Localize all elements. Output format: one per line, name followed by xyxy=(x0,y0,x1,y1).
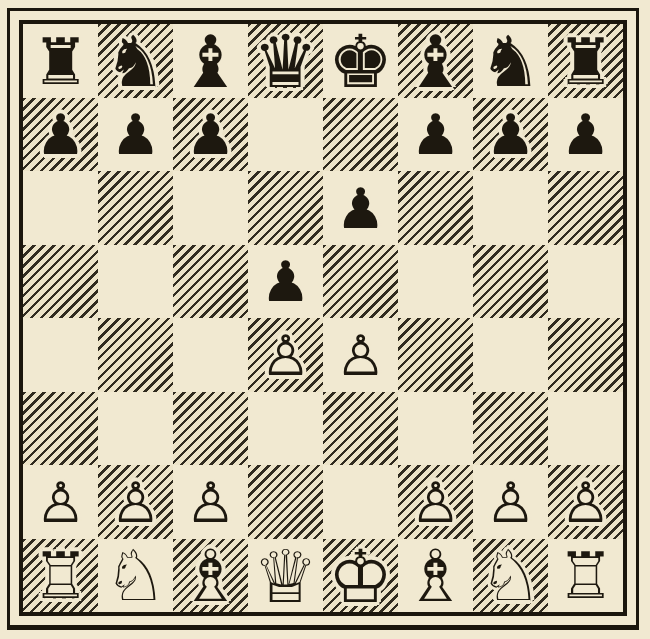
square-d3[interactable] xyxy=(248,392,323,466)
square-b4[interactable] xyxy=(98,318,173,392)
black-pawn-glyph: ♟ xyxy=(23,99,98,173)
white-pawn: ♟♙ xyxy=(398,465,473,539)
square-c5[interactable] xyxy=(173,245,248,319)
square-c6[interactable] xyxy=(173,171,248,245)
board-outer-frame: ♜♜♞♞♝♝♛♛♚♚♝♝♞♞♜♜♟♟♟♟♟♟♟♟♟♟♟♟♟♟♟♟♟♙♟♙♟♙♟♙… xyxy=(7,8,639,630)
white-bishop: ♝♗ xyxy=(398,539,473,613)
square-f4[interactable] xyxy=(398,318,473,392)
white-queen: ♛♕ xyxy=(248,539,323,613)
square-b8[interactable]: ♞♞ xyxy=(98,24,173,98)
square-e1[interactable]: ♚♔ xyxy=(323,539,398,613)
square-f1[interactable]: ♝♗ xyxy=(398,539,473,613)
black-pawn: ♟♟ xyxy=(248,245,323,319)
square-d2[interactable] xyxy=(248,465,323,539)
square-g3[interactable] xyxy=(473,392,548,466)
black-pawn: ♟♟ xyxy=(98,98,173,172)
white-knight: ♞♘ xyxy=(98,539,173,613)
square-e8[interactable]: ♚♚ xyxy=(323,24,398,98)
square-b7[interactable]: ♟♟ xyxy=(98,98,173,172)
white-rook-glyph: ♖ xyxy=(548,540,623,614)
white-pawn: ♟♙ xyxy=(23,465,98,539)
white-pawn: ♟♙ xyxy=(173,465,248,539)
square-h2[interactable]: ♟♙ xyxy=(548,465,623,539)
white-pawn: ♟♙ xyxy=(323,318,398,392)
square-h6[interactable] xyxy=(548,171,623,245)
square-a3[interactable] xyxy=(23,392,98,466)
black-rook-glyph: ♜ xyxy=(23,25,98,99)
black-knight: ♞♞ xyxy=(98,24,173,98)
white-knight: ♞♘ xyxy=(473,539,548,613)
square-a8[interactable]: ♜♜ xyxy=(23,24,98,98)
black-king: ♚♚ xyxy=(323,24,398,98)
black-knight-glyph: ♞ xyxy=(98,25,173,99)
square-g7[interactable]: ♟♟ xyxy=(473,98,548,172)
square-g5[interactable] xyxy=(473,245,548,319)
chess-board: ♜♜♞♞♝♝♛♛♚♚♝♝♞♞♜♜♟♟♟♟♟♟♟♟♟♟♟♟♟♟♟♟♟♙♟♙♟♙♟♙… xyxy=(23,24,623,612)
square-f8[interactable]: ♝♝ xyxy=(398,24,473,98)
square-g4[interactable] xyxy=(473,318,548,392)
square-h1[interactable]: ♜♖ xyxy=(548,539,623,613)
white-king-glyph: ♔ xyxy=(323,540,398,614)
square-e2[interactable] xyxy=(323,465,398,539)
black-rook: ♜♜ xyxy=(23,24,98,98)
square-d7[interactable] xyxy=(248,98,323,172)
black-knight: ♞♞ xyxy=(473,24,548,98)
square-c4[interactable] xyxy=(173,318,248,392)
black-pawn-glyph: ♟ xyxy=(248,246,323,320)
square-b6[interactable] xyxy=(98,171,173,245)
black-pawn-glyph: ♟ xyxy=(398,99,473,173)
square-g2[interactable]: ♟♙ xyxy=(473,465,548,539)
square-d8[interactable]: ♛♛ xyxy=(248,24,323,98)
black-rook-glyph: ♜ xyxy=(548,25,623,99)
white-pawn-glyph: ♙ xyxy=(398,466,473,540)
black-bishop: ♝♝ xyxy=(173,24,248,98)
white-queen-glyph: ♕ xyxy=(248,540,323,614)
square-e5[interactable] xyxy=(323,245,398,319)
black-king-glyph: ♚ xyxy=(323,25,398,99)
square-c3[interactable] xyxy=(173,392,248,466)
black-knight-glyph: ♞ xyxy=(473,25,548,99)
white-pawn-glyph: ♙ xyxy=(23,466,98,540)
square-e3[interactable] xyxy=(323,392,398,466)
square-c7[interactable]: ♟♟ xyxy=(173,98,248,172)
square-d1[interactable]: ♛♕ xyxy=(248,539,323,613)
square-h5[interactable] xyxy=(548,245,623,319)
white-rook: ♜♖ xyxy=(23,539,98,613)
square-g6[interactable] xyxy=(473,171,548,245)
square-h4[interactable] xyxy=(548,318,623,392)
black-pawn: ♟♟ xyxy=(23,98,98,172)
white-pawn-glyph: ♙ xyxy=(248,319,323,393)
square-d6[interactable] xyxy=(248,171,323,245)
square-b2[interactable]: ♟♙ xyxy=(98,465,173,539)
square-d5[interactable]: ♟♟ xyxy=(248,245,323,319)
white-pawn-glyph: ♙ xyxy=(473,466,548,540)
square-b5[interactable] xyxy=(98,245,173,319)
white-pawn: ♟♙ xyxy=(248,318,323,392)
square-e4[interactable]: ♟♙ xyxy=(323,318,398,392)
square-g8[interactable]: ♞♞ xyxy=(473,24,548,98)
white-pawn: ♟♙ xyxy=(473,465,548,539)
white-pawn-glyph: ♙ xyxy=(173,466,248,540)
square-c2[interactable]: ♟♙ xyxy=(173,465,248,539)
black-pawn: ♟♟ xyxy=(173,98,248,172)
black-pawn: ♟♟ xyxy=(398,98,473,172)
white-pawn-glyph: ♙ xyxy=(323,319,398,393)
square-a2[interactable]: ♟♙ xyxy=(23,465,98,539)
black-pawn-glyph: ♟ xyxy=(98,99,173,173)
square-e6[interactable]: ♟♟ xyxy=(323,171,398,245)
black-pawn-glyph: ♟ xyxy=(473,99,548,173)
square-f5[interactable] xyxy=(398,245,473,319)
white-rook: ♜♖ xyxy=(548,539,623,613)
white-knight-glyph: ♘ xyxy=(473,540,548,614)
square-h3[interactable] xyxy=(548,392,623,466)
white-knight-glyph: ♘ xyxy=(98,540,173,614)
black-bishop: ♝♝ xyxy=(398,24,473,98)
black-bishop-glyph: ♝ xyxy=(173,25,248,99)
white-bishop: ♝♗ xyxy=(173,539,248,613)
square-d4[interactable]: ♟♙ xyxy=(248,318,323,392)
black-queen: ♛♛ xyxy=(248,24,323,98)
square-f2[interactable]: ♟♙ xyxy=(398,465,473,539)
square-a7[interactable]: ♟♟ xyxy=(23,98,98,172)
white-bishop-glyph: ♗ xyxy=(398,540,473,614)
black-queen-glyph: ♛ xyxy=(248,25,323,99)
white-pawn: ♟♙ xyxy=(98,465,173,539)
white-king: ♚♔ xyxy=(323,539,398,613)
board-inner-frame: ♜♜♞♞♝♝♛♛♚♚♝♝♞♞♜♜♟♟♟♟♟♟♟♟♟♟♟♟♟♟♟♟♟♙♟♙♟♙♟♙… xyxy=(19,20,627,616)
square-f3[interactable] xyxy=(398,392,473,466)
square-a1[interactable]: ♜♖ xyxy=(23,539,98,613)
white-pawn-glyph: ♙ xyxy=(548,466,623,540)
white-pawn-glyph: ♙ xyxy=(98,466,173,540)
square-g1[interactable]: ♞♘ xyxy=(473,539,548,613)
square-c8[interactable]: ♝♝ xyxy=(173,24,248,98)
square-f7[interactable]: ♟♟ xyxy=(398,98,473,172)
black-pawn-glyph: ♟ xyxy=(173,99,248,173)
square-c1[interactable]: ♝♗ xyxy=(173,539,248,613)
black-pawn: ♟♟ xyxy=(323,171,398,245)
scanned-page: ♜♜♞♞♝♝♛♛♚♚♝♝♞♞♜♜♟♟♟♟♟♟♟♟♟♟♟♟♟♟♟♟♟♙♟♙♟♙♟♙… xyxy=(0,0,650,639)
black-rook: ♜♜ xyxy=(548,24,623,98)
black-pawn-glyph: ♟ xyxy=(323,172,398,246)
square-h7[interactable]: ♟♟ xyxy=(548,98,623,172)
black-pawn: ♟♟ xyxy=(473,98,548,172)
square-e7[interactable] xyxy=(323,98,398,172)
black-bishop-glyph: ♝ xyxy=(398,25,473,99)
square-b3[interactable] xyxy=(98,392,173,466)
square-a6[interactable] xyxy=(23,171,98,245)
square-h8[interactable]: ♜♜ xyxy=(548,24,623,98)
black-pawn: ♟♟ xyxy=(548,98,623,172)
square-a4[interactable] xyxy=(23,318,98,392)
black-pawn-glyph: ♟ xyxy=(548,99,623,173)
white-rook-glyph: ♖ xyxy=(23,540,98,614)
square-f6[interactable] xyxy=(398,171,473,245)
square-b1[interactable]: ♞♘ xyxy=(98,539,173,613)
white-pawn: ♟♙ xyxy=(548,465,623,539)
square-a5[interactable] xyxy=(23,245,98,319)
white-bishop-glyph: ♗ xyxy=(173,540,248,614)
